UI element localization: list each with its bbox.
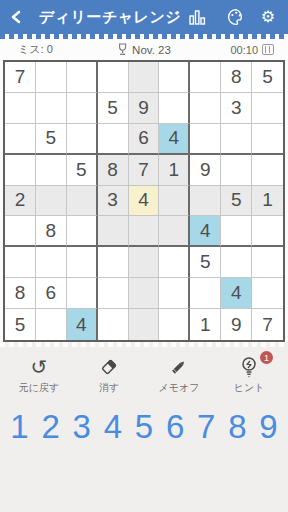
cell-r5c5[interactable]: 4 — [129, 186, 160, 217]
cell-r1c9[interactable]: 5 — [252, 62, 283, 93]
cell-r3c2[interactable]: 5 — [36, 124, 67, 155]
cell-r1c8[interactable]: 8 — [221, 62, 252, 93]
cell-r3c6[interactable]: 4 — [159, 124, 190, 155]
cell-r2c1[interactable] — [5, 93, 36, 124]
cell-r5c1[interactable]: 2 — [5, 186, 36, 217]
gear-icon: ⚙ — [261, 9, 275, 25]
date-label: Nov. 23 — [132, 44, 171, 56]
erase-button[interactable]: 消す — [77, 356, 141, 395]
number-pad: 123456789 — [0, 395, 288, 445]
numpad-key-6[interactable]: 6 — [161, 409, 189, 445]
cell-r6c2[interactable]: 8 — [36, 216, 67, 247]
cell-r8c1[interactable]: 8 — [5, 278, 36, 309]
pencil-icon — [169, 357, 189, 377]
cell-r7c6[interactable] — [159, 247, 190, 278]
numpad-key-1[interactable]: 1 — [6, 409, 34, 445]
cell-r3c3[interactable] — [67, 124, 98, 155]
cell-r6c1[interactable] — [5, 216, 36, 247]
toolbar: ↺ 元に戻す 消す — [0, 347, 288, 395]
cell-r5c3[interactable] — [67, 186, 98, 217]
play-area: ミス: 0 Nov. 23 00:10 78559356458719234518… — [0, 34, 288, 342]
cell-r9c3[interactable]: 4 — [67, 309, 98, 340]
settings-button[interactable]: ⚙ — [258, 7, 278, 27]
header-bar: ディリーチャレンジ ⚙ — [0, 0, 288, 34]
cell-r5c9[interactable]: 1 — [252, 186, 283, 217]
cell-r6c8[interactable] — [221, 216, 252, 247]
numpad-key-7[interactable]: 7 — [192, 409, 220, 445]
sudoku-board: 785593564587192345184586454197 — [3, 60, 285, 342]
timer-value: 00:10 — [230, 44, 258, 56]
trophy-icon — [117, 43, 128, 56]
cell-r2c8[interactable]: 3 — [221, 93, 252, 124]
pause-button[interactable] — [262, 44, 274, 55]
cell-r9c8[interactable]: 9 — [221, 309, 252, 340]
cell-r3c4[interactable] — [98, 124, 129, 155]
bar-chart-icon — [189, 10, 206, 25]
cell-r4c1[interactable] — [5, 155, 36, 186]
cell-r2c2[interactable] — [36, 93, 67, 124]
cell-r2c7[interactable] — [190, 93, 221, 124]
sudoku-app: ディリーチャレンジ ⚙ ミス: 0 — [0, 0, 288, 512]
cell-r2c9[interactable] — [252, 93, 283, 124]
cell-r4c8[interactable] — [221, 155, 252, 186]
cell-r7c1[interactable] — [5, 247, 36, 278]
memo-button[interactable]: メモオフ — [147, 356, 211, 395]
mistakes-counter: ミス: 0 — [18, 42, 53, 57]
cell-r7c4[interactable] — [98, 247, 129, 278]
cell-r2c4[interactable]: 5 — [98, 93, 129, 124]
cell-r6c9[interactable] — [252, 216, 283, 247]
cell-r5c2[interactable] — [36, 186, 67, 217]
cell-r4c6[interactable]: 1 — [159, 155, 190, 186]
status-bar: ミス: 0 Nov. 23 00:10 — [0, 39, 288, 60]
eraser-icon — [99, 357, 119, 377]
cell-r2c6[interactable] — [159, 93, 190, 124]
cell-r4c9[interactable] — [252, 155, 283, 186]
cell-r7c8[interactable] — [221, 247, 252, 278]
cell-r4c3[interactable]: 5 — [67, 155, 98, 186]
cell-r8c8[interactable]: 4 — [221, 278, 252, 309]
cell-r4c7[interactable]: 9 — [190, 155, 221, 186]
page-title: ディリーチャレンジ — [39, 8, 181, 27]
cell-r2c3[interactable] — [67, 93, 98, 124]
numpad-key-5[interactable]: 5 — [130, 409, 158, 445]
cell-r7c3[interactable] — [67, 247, 98, 278]
cell-r7c5[interactable] — [129, 247, 160, 278]
cell-r1c1[interactable]: 7 — [5, 62, 36, 93]
palette-icon — [227, 8, 245, 26]
memo-label: メモオフ — [159, 381, 200, 395]
cell-r2c5[interactable]: 9 — [129, 93, 160, 124]
cell-r6c3[interactable] — [67, 216, 98, 247]
numpad-key-2[interactable]: 2 — [37, 409, 65, 445]
cell-r6c7[interactable]: 4 — [190, 216, 221, 247]
cell-r5c6[interactable] — [159, 186, 190, 217]
cell-r1c4[interactable] — [98, 62, 129, 93]
cell-r1c6[interactable] — [159, 62, 190, 93]
numpad-key-8[interactable]: 8 — [223, 409, 251, 445]
cell-r6c6[interactable] — [159, 216, 190, 247]
cell-r9c4[interactable] — [98, 309, 129, 340]
cell-r7c9[interactable] — [252, 247, 283, 278]
cell-r9c6[interactable] — [159, 309, 190, 340]
cell-r6c5[interactable] — [129, 216, 160, 247]
cell-r9c7[interactable]: 1 — [190, 309, 221, 340]
theme-button[interactable] — [226, 7, 246, 27]
cell-r7c7[interactable]: 5 — [190, 247, 221, 278]
cell-r4c2[interactable] — [36, 155, 67, 186]
cell-r8c2[interactable]: 6 — [36, 278, 67, 309]
cell-r1c3[interactable] — [67, 62, 98, 93]
cell-r5c8[interactable]: 5 — [221, 186, 252, 217]
cell-r3c9[interactable] — [252, 124, 283, 155]
stats-button[interactable] — [187, 7, 207, 27]
cell-r4c5[interactable]: 7 — [129, 155, 160, 186]
cell-r6c4[interactable] — [98, 216, 129, 247]
cell-r3c5[interactable]: 6 — [129, 124, 160, 155]
cell-r9c5[interactable] — [129, 309, 160, 340]
cell-r8c4[interactable] — [98, 278, 129, 309]
cell-r8c3[interactable] — [67, 278, 98, 309]
numpad-key-4[interactable]: 4 — [99, 409, 127, 445]
numpad-key-9[interactable]: 9 — [254, 409, 282, 445]
cell-r5c7[interactable] — [190, 186, 221, 217]
daily-date: Nov. 23 — [117, 43, 171, 56]
back-button[interactable] — [10, 6, 32, 28]
hint-badge: 1 — [260, 351, 273, 364]
cell-r9c9[interactable]: 7 — [252, 309, 283, 340]
cell-r8c9[interactable] — [252, 278, 283, 309]
cell-r4c4[interactable]: 8 — [98, 155, 129, 186]
undo-icon: ↺ — [31, 357, 48, 377]
cell-r1c5[interactable] — [129, 62, 160, 93]
title-group: ディリーチャレンジ — [39, 7, 207, 27]
cell-r5c4[interactable]: 3 — [98, 186, 129, 217]
back-chevron-icon — [10, 10, 22, 24]
cell-r9c2[interactable] — [36, 309, 67, 340]
cell-r3c7[interactable] — [190, 124, 221, 155]
cell-r7c2[interactable] — [36, 247, 67, 278]
lightbulb-icon — [239, 356, 259, 378]
cell-r8c5[interactable] — [129, 278, 160, 309]
undo-button[interactable]: ↺ 元に戻す — [7, 356, 71, 395]
numpad-key-3[interactable]: 3 — [68, 409, 96, 445]
undo-label: 元に戻す — [19, 381, 59, 395]
cell-r9c1[interactable]: 5 — [5, 309, 36, 340]
cell-r8c7[interactable] — [190, 278, 221, 309]
cell-r1c7[interactable] — [190, 62, 221, 93]
hint-label: ヒント — [234, 381, 265, 395]
hint-button[interactable]: 1 ヒント — [217, 356, 281, 395]
cell-r1c2[interactable] — [36, 62, 67, 93]
cell-r8c6[interactable] — [159, 278, 190, 309]
erase-label: 消す — [99, 381, 119, 395]
cell-r3c1[interactable] — [5, 124, 36, 155]
cell-r3c8[interactable] — [221, 124, 252, 155]
